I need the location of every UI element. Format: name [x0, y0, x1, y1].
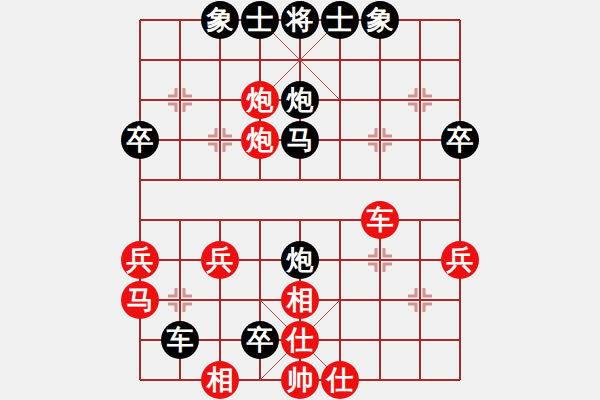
- piece-black-elephant[interactable]: 象: [201, 1, 239, 39]
- piece-red-soldier[interactable]: 兵: [441, 241, 479, 279]
- piece-red-soldier[interactable]: 兵: [121, 241, 159, 279]
- piece-red-general[interactable]: 帅: [281, 361, 319, 399]
- piece-red-cannon[interactable]: 炮: [241, 121, 279, 159]
- piece-red-elephant[interactable]: 相: [201, 361, 239, 399]
- piece-black-advisor[interactable]: 士: [321, 1, 359, 39]
- piece-black-horse[interactable]: 马: [281, 121, 319, 159]
- xiangqi-app: 象士将士象炮炮卒炮马卒车兵兵炮兵马相车卒仕相帅仕: [0, 0, 600, 400]
- piece-red-cannon[interactable]: 炮: [241, 81, 279, 119]
- piece-red-elephant[interactable]: 相: [281, 281, 319, 319]
- piece-black-chariot[interactable]: 车: [161, 321, 199, 359]
- piece-red-soldier[interactable]: 兵: [201, 241, 239, 279]
- xiangqi-board[interactable]: 象士将士象炮炮卒炮马卒车兵兵炮兵马相车卒仕相帅仕: [140, 20, 460, 380]
- piece-black-general[interactable]: 将: [281, 1, 319, 39]
- piece-black-cannon[interactable]: 炮: [281, 241, 319, 279]
- piece-black-soldier[interactable]: 卒: [241, 321, 279, 359]
- piece-black-cannon[interactable]: 炮: [281, 81, 319, 119]
- piece-red-horse[interactable]: 马: [121, 281, 159, 319]
- piece-red-advisor[interactable]: 仕: [281, 321, 319, 359]
- piece-red-chariot[interactable]: 车: [361, 201, 399, 239]
- piece-black-soldier[interactable]: 卒: [121, 121, 159, 159]
- piece-black-soldier[interactable]: 卒: [441, 121, 479, 159]
- piece-black-elephant[interactable]: 象: [361, 1, 399, 39]
- piece-red-advisor[interactable]: 仕: [321, 361, 359, 399]
- piece-black-advisor[interactable]: 士: [241, 1, 279, 39]
